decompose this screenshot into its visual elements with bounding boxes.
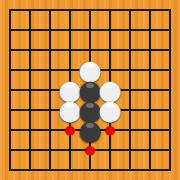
liberty-marker[interactable]: ●: [60, 120, 80, 140]
liberty-marker[interactable]: ●: [100, 120, 120, 140]
black-stone: ●: [80, 120, 100, 140]
go-board[interactable]: ●●●●●●●●●●●: [0, 0, 180, 180]
liberty-marker[interactable]: ●: [80, 140, 100, 160]
white-stone: ●: [100, 100, 120, 120]
white-stone: ●: [60, 100, 80, 120]
stones-layer: ●●●●●●●●●●●: [0, 0, 180, 180]
